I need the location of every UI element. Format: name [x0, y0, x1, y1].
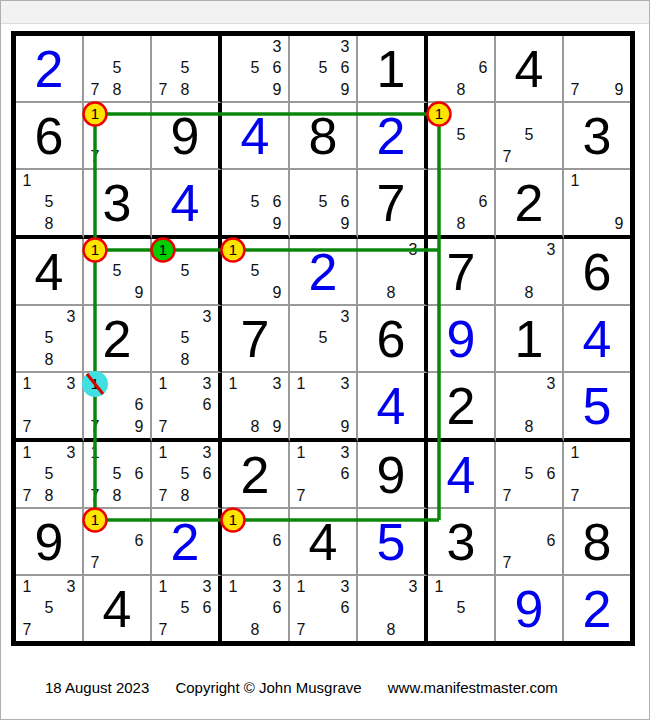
candidate-digit: 7	[152, 619, 174, 641]
candidate-grid: 137	[16, 373, 82, 438]
cell-r8c2[interactable]: 167	[84, 509, 152, 576]
cell-r3c3[interactable]: 4	[152, 170, 222, 239]
candidate-digit: 6	[334, 598, 356, 620]
candidate-digit: 1	[290, 576, 312, 598]
candidate-digit: 6	[196, 464, 218, 486]
cell-r5c1[interactable]: 358	[16, 306, 84, 373]
cell-r3c1[interactable]: 158	[16, 170, 84, 239]
cell-r9c6[interactable]: 38	[358, 576, 428, 641]
candidate-digit: 7	[290, 619, 312, 641]
candidate-digit: 3	[196, 306, 218, 328]
cell-r3c6[interactable]: 7	[358, 170, 428, 239]
cell-value: 4	[16, 239, 82, 304]
candidate-digit: 5	[38, 598, 60, 620]
candidate-digit: 8	[518, 416, 540, 438]
footer-copyright: Copyright © John Musgrave	[175, 679, 361, 696]
candidate-digit: 1	[152, 239, 174, 261]
candidate-digit: 3	[334, 306, 356, 328]
candidate-digit: 8	[244, 416, 266, 438]
cell-value: 2	[222, 442, 288, 507]
candidate-digit: 1	[428, 576, 450, 598]
cell-r9c4[interactable]: 1368	[222, 576, 290, 641]
cell-value: 9	[152, 103, 218, 168]
candidate-digit: 7	[84, 416, 106, 438]
candidate-digit: 1	[84, 239, 106, 261]
candidate-grid: 79	[564, 36, 630, 101]
candidate-digit: 3	[334, 36, 356, 58]
footer-website: www.manifestmaster.com	[388, 679, 558, 696]
cell-r7c6[interactable]: 9	[358, 442, 428, 509]
cell-value: 5	[358, 509, 424, 574]
cell-r6c8[interactable]: 38	[496, 373, 564, 442]
candidate-digit: 9	[334, 213, 356, 235]
candidate-grid: 13567	[152, 576, 218, 641]
candidate-digit: 9	[266, 282, 288, 304]
cell-r8c8[interactable]: 67	[496, 509, 564, 576]
candidate-digit: 5	[38, 192, 60, 214]
sudoku-board: 2578578356935691684796179482155731583456…	[11, 31, 635, 646]
candidate-grid: 1357	[16, 576, 82, 641]
cell-r1c1[interactable]: 2	[16, 36, 84, 103]
cell-value: 2	[152, 509, 218, 574]
candidate-digit: 3	[266, 36, 288, 58]
cell-value: 9	[358, 442, 424, 507]
cell-r1c6[interactable]: 1	[358, 36, 428, 103]
candidate-digit: 8	[106, 485, 128, 507]
candidate-grid: 57	[496, 103, 562, 168]
footer: 18 August 2023 Copyright © John Musgrave…	[1, 673, 649, 703]
candidate-grid: 15	[152, 239, 218, 304]
cell-r7c8[interactable]: 567	[496, 442, 564, 509]
candidate-digit: 8	[380, 619, 402, 641]
candidate-digit: 5	[312, 328, 334, 350]
cell-r2c4[interactable]: 4	[222, 103, 290, 170]
candidate-digit: 5	[106, 58, 128, 80]
cell-r4c5[interactable]: 2	[290, 239, 358, 306]
page: { "game": "sudoku", "position": { "grid"…	[0, 0, 650, 720]
candidate-grid: 358	[152, 306, 218, 371]
candidate-digit: 1	[290, 442, 312, 464]
candidate-digit: 6	[540, 464, 562, 486]
cell-r3c7[interactable]: 68	[428, 170, 496, 239]
candidate-digit: 9	[266, 213, 288, 235]
candidate-digit: 9	[128, 416, 150, 438]
cell-r4c2[interactable]: 159	[84, 239, 152, 306]
candidate-digit: 9	[266, 416, 288, 438]
cell-value: 9	[428, 306, 494, 371]
candidate-digit: 3	[266, 576, 288, 598]
cell-r8c3[interactable]: 2	[152, 509, 222, 576]
cell-r5c3[interactable]: 358	[152, 306, 222, 373]
candidate-digit: 6	[266, 531, 288, 553]
candidate-digit: 8	[174, 485, 196, 507]
cell-r7c5[interactable]: 1367	[290, 442, 358, 509]
candidate-grid: 19	[564, 170, 630, 235]
candidate-grid: 38	[358, 239, 424, 304]
candidate-digit: 5	[518, 125, 540, 147]
candidate-digit: 3	[60, 306, 82, 328]
cell-r1c7[interactable]: 68	[428, 36, 496, 103]
candidate-digit: 7	[152, 416, 174, 438]
cell-value: 2	[428, 373, 494, 438]
cell-r1c8[interactable]: 4	[496, 36, 564, 103]
candidate-digit: 7	[84, 79, 106, 101]
candidate-digit: 9	[266, 79, 288, 101]
cell-r6c6[interactable]: 4	[358, 373, 428, 442]
candidate-digit: 3	[196, 576, 218, 598]
candidate-digit: 1	[16, 576, 38, 598]
candidate-digit: 3	[334, 373, 356, 395]
cell-r7c2[interactable]: 15678	[84, 442, 152, 509]
candidate-digit: 1	[84, 103, 106, 125]
candidate-digit: 1	[84, 442, 106, 464]
cell-r9c8[interactable]: 9	[496, 576, 564, 641]
candidate-digit: 5	[244, 58, 266, 80]
candidate-digit: 1	[152, 442, 174, 464]
cell-value: 3	[428, 509, 494, 574]
candidate-digit: 6	[334, 192, 356, 214]
candidate-digit: 7	[16, 416, 38, 438]
candidate-digit: 8	[38, 213, 60, 235]
candidate-digit: 6	[540, 531, 562, 553]
candidate-digit: 3	[402, 576, 424, 598]
candidate-digit: 5	[244, 261, 266, 283]
cell-value: 7	[428, 239, 494, 304]
candidate-digit: 1	[290, 373, 312, 395]
candidate-digit: 1	[222, 373, 244, 395]
cell-r6c7[interactable]: 2	[428, 373, 496, 442]
cell-value: 2	[496, 170, 562, 235]
candidate-grid: 578	[84, 36, 150, 101]
cell-r8c7[interactable]: 3	[428, 509, 496, 576]
candidate-digit: 9	[608, 213, 630, 235]
candidate-grid: 1367	[152, 373, 218, 438]
candidate-digit: 8	[518, 282, 540, 304]
candidate-digit: 5	[312, 58, 334, 80]
candidate-grid: 16	[222, 509, 288, 574]
candidate-digit: 3	[334, 576, 356, 598]
cell-r1c5[interactable]: 3569	[290, 36, 358, 103]
candidate-digit: 9	[608, 79, 630, 101]
cell-r9c3[interactable]: 13567	[152, 576, 222, 641]
candidate-grid: 17	[564, 442, 630, 507]
cell-value: 6	[564, 239, 630, 304]
candidate-digit: 6	[266, 192, 288, 214]
candidate-grid: 15	[428, 576, 494, 641]
cell-r7c1[interactable]: 13578	[16, 442, 84, 509]
cell-r5c5[interactable]: 35	[290, 306, 358, 373]
cell-r9c7[interactable]: 15	[428, 576, 496, 641]
cell-r3c2[interactable]: 3	[84, 170, 152, 239]
cell-r2c6[interactable]: 2	[358, 103, 428, 170]
cell-value: 3	[84, 170, 150, 235]
cell-r1c3[interactable]: 578	[152, 36, 222, 103]
cell-r4c6[interactable]: 38	[358, 239, 428, 306]
cell-value: 6	[16, 103, 82, 168]
cell-r9c5[interactable]: 1367	[290, 576, 358, 641]
candidate-digit: 6	[266, 598, 288, 620]
cell-r2c1[interactable]: 6	[16, 103, 84, 170]
candidate-digit: 6	[266, 58, 288, 80]
candidate-digit: 9	[334, 79, 356, 101]
candidate-digit: 7	[564, 79, 586, 101]
candidate-digit: 7	[496, 552, 518, 574]
cell-value: 2	[84, 306, 150, 371]
cell-r4c1[interactable]: 4	[16, 239, 84, 306]
cell-r4c8[interactable]: 38	[496, 239, 564, 306]
candidate-grid: 159	[84, 239, 150, 304]
candidate-digit: 1	[152, 576, 174, 598]
candidate-digit: 8	[450, 79, 472, 101]
cell-r8c6[interactable]: 5	[358, 509, 428, 576]
candidate-digit: 5	[244, 192, 266, 214]
candidate-digit: 3	[334, 442, 356, 464]
candidate-digit: 5	[38, 328, 60, 350]
candidate-digit: 8	[106, 79, 128, 101]
candidate-digit: 7	[564, 485, 586, 507]
candidate-grid: 1367	[290, 442, 356, 507]
candidate-digit: 3	[60, 373, 82, 395]
candidate-digit: 7	[16, 619, 38, 641]
cell-r2c2[interactable]: 17	[84, 103, 152, 170]
cell-r9c2[interactable]: 4	[84, 576, 152, 641]
cell-value: 1	[358, 36, 424, 101]
cell-value: 4	[222, 103, 288, 168]
cell-value: 4	[84, 576, 150, 641]
cell-r8c9[interactable]: 8	[564, 509, 630, 576]
cell-r8c5[interactable]: 4	[290, 509, 358, 576]
cell-value: 8	[564, 509, 630, 574]
candidate-digit: 6	[128, 531, 150, 553]
cell-r8c4[interactable]: 16	[222, 509, 290, 576]
toolbar-strip	[1, 1, 649, 24]
candidate-grid: 38	[496, 239, 562, 304]
candidate-digit: 8	[380, 282, 402, 304]
candidate-grid: 135678	[152, 442, 218, 507]
candidate-grid: 578	[152, 36, 218, 101]
candidate-digit: 6	[128, 395, 150, 417]
candidate-digit: 5	[312, 192, 334, 214]
cell-r3c8[interactable]: 2	[496, 170, 564, 239]
candidate-digit: 1	[16, 442, 38, 464]
candidate-digit: 7	[290, 485, 312, 507]
cell-r5c6[interactable]: 6	[358, 306, 428, 373]
candidate-digit: 3	[196, 373, 218, 395]
cell-r7c9[interactable]: 17	[564, 442, 630, 509]
cell-r9c9[interactable]: 2	[564, 576, 630, 641]
candidate-grid: 1389	[222, 373, 288, 438]
candidate-grid: 3569	[222, 36, 288, 101]
candidate-digit: 1	[84, 373, 106, 395]
cell-r6c2[interactable]: 1679	[84, 373, 152, 442]
cell-r6c9[interactable]: 5	[564, 373, 630, 442]
cell-r2c9[interactable]: 3	[564, 103, 630, 170]
cell-r3c5[interactable]: 569	[290, 170, 358, 239]
candidate-grid: 38	[496, 373, 562, 438]
candidate-digit: 5	[38, 464, 60, 486]
candidate-digit: 8	[174, 79, 196, 101]
candidate-digit: 3	[402, 239, 424, 261]
candidate-digit: 6	[196, 598, 218, 620]
candidate-grid: 1367	[290, 576, 356, 641]
cell-value: 2	[290, 239, 356, 304]
candidate-digit: 3	[60, 576, 82, 598]
candidate-grid: 159	[222, 239, 288, 304]
cell-r2c5[interactable]: 8	[290, 103, 358, 170]
cell-r2c3[interactable]: 9	[152, 103, 222, 170]
candidate-digit: 5	[174, 328, 196, 350]
candidate-digit: 5	[174, 58, 196, 80]
candidate-digit: 7	[84, 146, 106, 168]
cell-value: 4	[152, 170, 218, 235]
cell-r7c3[interactable]: 135678	[152, 442, 222, 509]
candidate-digit: 1	[564, 442, 586, 464]
cell-r2c8[interactable]: 57	[496, 103, 564, 170]
candidate-digit: 8	[38, 485, 60, 507]
candidate-digit: 5	[450, 125, 472, 147]
candidate-digit: 1	[84, 509, 106, 531]
candidate-digit: 5	[174, 598, 196, 620]
candidate-digit: 5	[106, 261, 128, 283]
cell-r4c3[interactable]: 15	[152, 239, 222, 306]
candidate-digit: 7	[496, 485, 518, 507]
candidate-grid: 67	[496, 509, 562, 574]
cell-r6c3[interactable]: 1367	[152, 373, 222, 442]
candidate-digit: 1	[16, 373, 38, 395]
cell-r7c7[interactable]: 4	[428, 442, 496, 509]
candidate-digit: 6	[472, 192, 494, 214]
candidate-grid: 158	[16, 170, 82, 235]
cell-value: 2	[564, 576, 630, 641]
candidate-digit: 8	[174, 349, 196, 371]
candidate-digit: 1	[222, 576, 244, 598]
candidate-digit: 6	[196, 395, 218, 417]
candidate-digit: 8	[244, 619, 266, 641]
candidate-digit: 9	[334, 416, 356, 438]
cell-r6c5[interactable]: 139	[290, 373, 358, 442]
cell-value: 2	[16, 36, 82, 101]
cell-r9c1[interactable]: 1357	[16, 576, 84, 641]
candidate-digit: 6	[128, 464, 150, 486]
cell-value: 4	[358, 373, 424, 438]
candidate-grid: 68	[428, 36, 494, 101]
cell-r4c4[interactable]: 159	[222, 239, 290, 306]
candidate-digit: 7	[84, 552, 106, 574]
cell-value: 4	[428, 442, 494, 507]
cell-r2c7[interactable]: 15	[428, 103, 496, 170]
cell-value: 9	[16, 509, 82, 574]
candidate-grid: 15	[428, 103, 494, 168]
cell-value: 7	[358, 170, 424, 235]
footer-date: 18 August 2023	[45, 679, 149, 696]
candidate-grid: 1368	[222, 576, 288, 641]
cell-r5c8[interactable]: 1	[496, 306, 564, 373]
candidate-grid: 38	[358, 576, 424, 641]
cell-value: 1	[496, 306, 562, 371]
cell-r5c2[interactable]: 2	[84, 306, 152, 373]
cell-r8c1[interactable]: 9	[16, 509, 84, 576]
candidate-grid: 35	[290, 306, 356, 371]
candidate-grid: 567	[496, 442, 562, 507]
candidate-grid: 17	[84, 103, 150, 168]
cell-r7c4[interactable]: 2	[222, 442, 290, 509]
cell-value: 7	[222, 306, 288, 371]
candidate-grid: 13578	[16, 442, 82, 507]
candidate-digit: 5	[174, 464, 196, 486]
candidate-grid: 15678	[84, 442, 150, 507]
cell-value: 4	[290, 509, 356, 574]
candidate-digit: 5	[518, 464, 540, 486]
cell-r4c7[interactable]: 7	[428, 239, 496, 306]
cell-value: 9	[496, 576, 562, 641]
candidate-digit: 8	[38, 349, 60, 371]
cell-r3c9[interactable]: 19	[564, 170, 630, 239]
candidate-grid: 569	[222, 170, 288, 235]
cell-r1c4[interactable]: 3569	[222, 36, 290, 103]
cell-value: 8	[290, 103, 356, 168]
candidate-digit: 7	[152, 79, 174, 101]
candidate-digit: 1	[564, 170, 586, 192]
candidate-digit: 5	[174, 261, 196, 283]
cell-r5c9[interactable]: 4	[564, 306, 630, 373]
candidate-grid: 1679	[84, 373, 150, 438]
candidate-grid: 167	[84, 509, 150, 574]
candidate-digit: 1	[428, 103, 450, 125]
candidate-digit: 6	[472, 58, 494, 80]
cell-r6c4[interactable]: 1389	[222, 373, 290, 442]
candidate-digit: 1	[152, 373, 174, 395]
candidate-digit: 3	[540, 373, 562, 395]
candidate-digit: 1	[16, 170, 38, 192]
cell-r6c1[interactable]: 137	[16, 373, 84, 442]
candidate-grid: 358	[16, 306, 82, 371]
candidate-digit: 8	[450, 213, 472, 235]
cell-value: 3	[564, 103, 630, 168]
candidate-digit: 3	[60, 442, 82, 464]
candidate-digit: 6	[334, 58, 356, 80]
candidate-digit: 1	[222, 509, 244, 531]
candidate-grid: 3569	[290, 36, 356, 101]
candidate-digit: 7	[84, 485, 106, 507]
candidate-digit: 1	[222, 239, 244, 261]
candidate-digit: 5	[106, 464, 128, 486]
cell-value: 4	[564, 306, 630, 371]
candidate-digit: 7	[16, 485, 38, 507]
cell-r1c9[interactable]: 79	[564, 36, 630, 103]
candidate-digit: 7	[152, 485, 174, 507]
candidate-grid: 68	[428, 170, 494, 235]
candidate-digit: 9	[128, 282, 150, 304]
candidate-grid: 569	[290, 170, 356, 235]
candidate-digit: 3	[196, 442, 218, 464]
cell-r4c9[interactable]: 6	[564, 239, 630, 306]
cell-value: 5	[564, 373, 630, 438]
candidate-digit: 6	[334, 464, 356, 486]
cell-value: 4	[496, 36, 562, 101]
cell-r1c2[interactable]: 578	[84, 36, 152, 103]
cell-r5c7[interactable]: 9	[428, 306, 496, 373]
candidate-digit: 5	[450, 598, 472, 620]
cell-r5c4[interactable]: 7	[222, 306, 290, 373]
candidate-digit: 3	[540, 239, 562, 261]
candidate-digit: 7	[496, 146, 518, 168]
candidate-digit: 3	[266, 373, 288, 395]
cell-value: 6	[358, 306, 424, 371]
candidate-grid: 139	[290, 373, 356, 438]
cell-value: 2	[358, 103, 424, 168]
cell-r3c4[interactable]: 569	[222, 170, 290, 239]
